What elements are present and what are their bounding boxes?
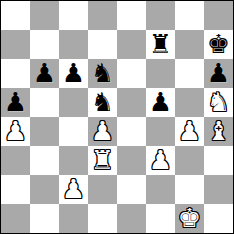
- square-e8[interactable]: [117, 1, 146, 30]
- black-king: ♚: [207, 30, 230, 59]
- square-b3[interactable]: [30, 146, 59, 175]
- black-knight: ♞: [91, 59, 114, 88]
- square-e1[interactable]: [117, 204, 146, 233]
- square-h1[interactable]: [204, 204, 233, 233]
- square-f5[interactable]: ♟: [146, 88, 175, 117]
- square-d2[interactable]: [88, 175, 117, 204]
- black-knight: ♞: [91, 88, 114, 117]
- square-e4[interactable]: [117, 117, 146, 146]
- square-c6[interactable]: ♟: [59, 59, 88, 88]
- square-g8[interactable]: [175, 1, 204, 30]
- white-pawn: ♟: [178, 117, 201, 146]
- black-rook: ♜: [149, 30, 172, 59]
- black-pawn: ♟: [62, 59, 85, 88]
- white-bishop: ♝: [207, 117, 230, 146]
- square-f3[interactable]: ♟: [146, 146, 175, 175]
- square-h7[interactable]: ♚: [204, 30, 233, 59]
- square-b6[interactable]: ♟: [30, 59, 59, 88]
- square-c1[interactable]: [59, 204, 88, 233]
- square-e3[interactable]: [117, 146, 146, 175]
- square-d5[interactable]: ♞: [88, 88, 117, 117]
- square-c2[interactable]: ♟: [59, 175, 88, 204]
- square-a5[interactable]: ♟: [1, 88, 30, 117]
- black-pawn: ♟: [4, 88, 27, 117]
- square-b4[interactable]: [30, 117, 59, 146]
- square-e2[interactable]: [117, 175, 146, 204]
- white-knight: ♞: [207, 88, 230, 117]
- square-f4[interactable]: [146, 117, 175, 146]
- square-d7[interactable]: [88, 30, 117, 59]
- square-f7[interactable]: ♜: [146, 30, 175, 59]
- square-g3[interactable]: [175, 146, 204, 175]
- square-g1[interactable]: ♚: [175, 204, 204, 233]
- square-e6[interactable]: [117, 59, 146, 88]
- square-d8[interactable]: [88, 1, 117, 30]
- black-pawn: ♟: [207, 59, 230, 88]
- square-d4[interactable]: ♟: [88, 117, 117, 146]
- square-a1[interactable]: [1, 204, 30, 233]
- square-g7[interactable]: [175, 30, 204, 59]
- square-a7[interactable]: [1, 30, 30, 59]
- square-h2[interactable]: [204, 175, 233, 204]
- black-pawn: ♟: [149, 88, 172, 117]
- square-h3[interactable]: [204, 146, 233, 175]
- square-c8[interactable]: [59, 1, 88, 30]
- white-king: ♚: [178, 204, 201, 233]
- square-e7[interactable]: [117, 30, 146, 59]
- square-h8[interactable]: [204, 1, 233, 30]
- black-pawn: ♟: [33, 59, 56, 88]
- square-a4[interactable]: ♟: [1, 117, 30, 146]
- chess-diagram: ♜♚♟♟♞♟♟♞♟♞♟♟♟♝♜♟♟♚: [0, 0, 234, 234]
- square-b7[interactable]: [30, 30, 59, 59]
- square-c3[interactable]: [59, 146, 88, 175]
- square-g4[interactable]: ♟: [175, 117, 204, 146]
- square-d6[interactable]: ♞: [88, 59, 117, 88]
- square-d3[interactable]: ♜: [88, 146, 117, 175]
- square-b8[interactable]: [30, 1, 59, 30]
- square-f1[interactable]: [146, 204, 175, 233]
- white-pawn: ♟: [62, 175, 85, 204]
- square-f8[interactable]: [146, 1, 175, 30]
- square-h6[interactable]: ♟: [204, 59, 233, 88]
- white-pawn: ♟: [91, 117, 114, 146]
- square-d1[interactable]: [88, 204, 117, 233]
- square-c5[interactable]: [59, 88, 88, 117]
- square-g2[interactable]: [175, 175, 204, 204]
- white-pawn: ♟: [149, 146, 172, 175]
- white-rook: ♜: [91, 146, 114, 175]
- square-c7[interactable]: [59, 30, 88, 59]
- square-h5[interactable]: ♞: [204, 88, 233, 117]
- square-a2[interactable]: [1, 175, 30, 204]
- square-b1[interactable]: [30, 204, 59, 233]
- square-b5[interactable]: [30, 88, 59, 117]
- square-f2[interactable]: [146, 175, 175, 204]
- square-g6[interactable]: [175, 59, 204, 88]
- white-pawn: ♟: [4, 117, 27, 146]
- square-b2[interactable]: [30, 175, 59, 204]
- square-a6[interactable]: [1, 59, 30, 88]
- square-f6[interactable]: [146, 59, 175, 88]
- square-e5[interactable]: [117, 88, 146, 117]
- square-h4[interactable]: ♝: [204, 117, 233, 146]
- square-g5[interactable]: [175, 88, 204, 117]
- chess-board: ♜♚♟♟♞♟♟♞♟♞♟♟♟♝♜♟♟♚: [0, 0, 234, 234]
- square-c4[interactable]: [59, 117, 88, 146]
- square-a3[interactable]: [1, 146, 30, 175]
- square-a8[interactable]: [1, 1, 30, 30]
